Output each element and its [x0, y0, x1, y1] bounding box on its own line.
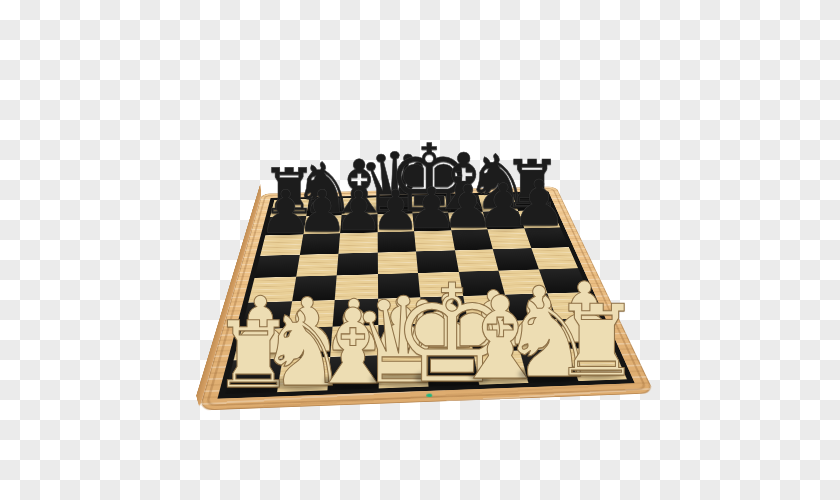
black-pawn-glyph: ♟ — [511, 172, 567, 235]
white-rook-glyph: ♜ — [553, 292, 641, 390]
transparent-checker-background: ♜♞♝♛♚♝♞♜♟♟♟♟♟♟♟♟♟♟♟♟♟♟♟♟♜♞♝♛♚♝♞♜ — [0, 0, 840, 500]
square-a5[interactable] — [255, 255, 300, 278]
square-b5[interactable] — [296, 253, 339, 276]
